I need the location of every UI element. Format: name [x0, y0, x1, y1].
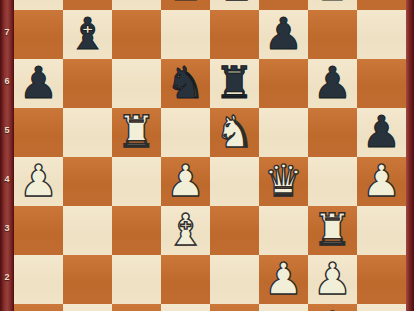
square-h1[interactable]	[357, 304, 406, 311]
square-f1[interactable]	[259, 304, 308, 311]
square-g6[interactable]: ♟	[308, 59, 357, 108]
black-bishop-d8-icon[interactable]: ♝	[161, 0, 210, 10]
square-a6[interactable]: ♟	[14, 59, 63, 108]
white-knight-e5-icon[interactable]: ♞	[210, 108, 259, 157]
rank-label-3: 3	[0, 223, 14, 233]
white-pawn-d4-icon[interactable]: ♟	[161, 157, 210, 206]
black-pawn-h5-icon[interactable]: ♟	[357, 108, 406, 157]
square-b1[interactable]	[63, 304, 112, 311]
square-a5[interactable]	[14, 108, 63, 157]
square-b7[interactable]: ♝	[63, 10, 112, 59]
square-h7[interactable]	[357, 10, 406, 59]
square-g4[interactable]	[308, 157, 357, 206]
square-c5[interactable]: ♜	[112, 108, 161, 157]
square-g2[interactable]: ♟	[308, 255, 357, 304]
square-f7[interactable]: ♟	[259, 10, 308, 59]
square-e2[interactable]	[210, 255, 259, 304]
square-d3[interactable]: ♝	[161, 206, 210, 255]
square-f3[interactable]	[259, 206, 308, 255]
square-h8[interactable]	[357, 0, 406, 10]
square-h5[interactable]: ♟	[357, 108, 406, 157]
square-b6[interactable]	[63, 59, 112, 108]
square-a4[interactable]: ♟	[14, 157, 63, 206]
square-b5[interactable]	[63, 108, 112, 157]
black-pawn-g6-icon[interactable]: ♟	[308, 59, 357, 108]
square-c7[interactable]	[112, 10, 161, 59]
square-f2[interactable]: ♟	[259, 255, 308, 304]
white-rook-c5-icon[interactable]: ♜	[112, 108, 161, 157]
square-b4[interactable]	[63, 157, 112, 206]
square-c8[interactable]	[112, 0, 161, 10]
square-a7[interactable]	[14, 10, 63, 59]
square-e7[interactable]	[210, 10, 259, 59]
square-f4[interactable]: ♛	[259, 157, 308, 206]
white-pawn-a4-icon[interactable]: ♟	[14, 157, 63, 206]
black-pawn-a6-icon[interactable]: ♟	[14, 59, 63, 108]
square-d5[interactable]	[161, 108, 210, 157]
square-h2[interactable]	[357, 255, 406, 304]
square-e8[interactable]: ♞	[210, 0, 259, 10]
square-c4[interactable]	[112, 157, 161, 206]
white-queen-f4-icon[interactable]: ♛	[259, 157, 308, 206]
square-d4[interactable]: ♟	[161, 157, 210, 206]
chess-board: ♝♞♚♝♟♟♞♜♟♜♞♟♟♟♛♟♝♜♟♟♚	[14, 0, 406, 311]
square-f5[interactable]	[259, 108, 308, 157]
square-a3[interactable]	[14, 206, 63, 255]
square-d8[interactable]: ♝	[161, 0, 210, 10]
square-e4[interactable]	[210, 157, 259, 206]
square-b2[interactable]	[63, 255, 112, 304]
white-pawn-h4-icon[interactable]: ♟	[357, 157, 406, 206]
square-e6[interactable]: ♜	[210, 59, 259, 108]
square-g1[interactable]: ♚	[308, 304, 357, 311]
square-c6[interactable]	[112, 59, 161, 108]
square-d1[interactable]	[161, 304, 210, 311]
white-bishop-d3-icon[interactable]: ♝	[161, 206, 210, 255]
square-a2[interactable]	[14, 255, 63, 304]
square-h3[interactable]	[357, 206, 406, 255]
black-king-g8-icon[interactable]: ♚	[308, 0, 357, 10]
white-king-g1-icon[interactable]: ♚	[308, 304, 357, 311]
square-e3[interactable]	[210, 206, 259, 255]
black-bishop-b7-icon[interactable]: ♝	[63, 10, 112, 59]
square-g3[interactable]: ♜	[308, 206, 357, 255]
square-h6[interactable]	[357, 59, 406, 108]
square-c1[interactable]	[112, 304, 161, 311]
rank-label-7: 7	[0, 27, 14, 37]
square-h4[interactable]: ♟	[357, 157, 406, 206]
rank-label-2: 2	[0, 272, 14, 282]
white-pawn-g2-icon[interactable]: ♟	[308, 255, 357, 304]
square-c2[interactable]	[112, 255, 161, 304]
square-g7[interactable]	[308, 10, 357, 59]
black-pawn-f7-icon[interactable]: ♟	[259, 10, 308, 59]
rank-label-4: 4	[0, 174, 14, 184]
square-e5[interactable]: ♞	[210, 108, 259, 157]
square-d6[interactable]: ♞	[161, 59, 210, 108]
square-b3[interactable]	[63, 206, 112, 255]
square-g8[interactable]: ♚	[308, 0, 357, 10]
square-g5[interactable]	[308, 108, 357, 157]
black-knight-d6-icon[interactable]: ♞	[161, 59, 210, 108]
white-rook-g3-icon[interactable]: ♜	[308, 206, 357, 255]
square-f6[interactable]	[259, 59, 308, 108]
square-c3[interactable]	[112, 206, 161, 255]
white-pawn-f2-icon[interactable]: ♟	[259, 255, 308, 304]
black-rook-e6-icon[interactable]: ♜	[210, 59, 259, 108]
rank-label-6: 6	[0, 76, 14, 86]
square-a1[interactable]	[14, 304, 63, 311]
square-d7[interactable]	[161, 10, 210, 59]
square-a8[interactable]	[14, 0, 63, 10]
rank-label-5: 5	[0, 125, 14, 135]
board-frame-right	[406, 0, 414, 311]
square-d2[interactable]	[161, 255, 210, 304]
chess-diagram: ♝♞♚♝♟♟♞♜♟♜♞♟♟♟♛♟♝♜♟♟♚ 765432	[0, 0, 414, 311]
white-knight-e8-icon[interactable]: ♞	[210, 0, 259, 10]
board-frame-left	[0, 0, 14, 311]
square-e1[interactable]	[210, 304, 259, 311]
